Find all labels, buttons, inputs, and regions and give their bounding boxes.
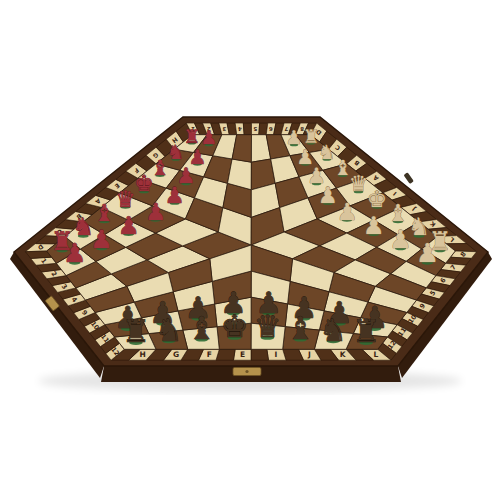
coord-label: 4 [238, 126, 242, 132]
brown-b-2[interactable]: ♝ [287, 310, 315, 346]
white-k-4[interactable]: ♚ [367, 186, 387, 212]
three-player-chess-photo: DCBAEFGH12345678DCBAIJKL87659101112LKJIE… [0, 0, 500, 500]
white-b-5[interactable]: ♝ [387, 199, 408, 227]
white-pawn-3[interactable]: ♟ [318, 182, 338, 208]
brown-r-0[interactable]: ♜ [352, 313, 380, 349]
coord-label: E [240, 350, 245, 359]
coord-label: 3 [222, 126, 226, 132]
brown-n-1[interactable]: ♞ [319, 312, 347, 348]
brown-b-5[interactable]: ♝ [188, 310, 216, 346]
white-pawn-4[interactable]: ♟ [336, 198, 357, 226]
brown-n-6[interactable]: ♞ [155, 312, 183, 348]
coord-label: H [140, 350, 146, 359]
coord-label: 5 [253, 126, 257, 132]
brown-k-4[interactable]: ♚ [221, 308, 249, 344]
red-pawn-1[interactable]: ♟ [90, 225, 113, 254]
coord-label: J [307, 350, 311, 359]
white-r-0[interactable]: ♜ [303, 126, 320, 147]
three-player-chess-board: DCBAEFGH12345678DCBAIJKL87659101112LKJIE… [0, 0, 500, 500]
red-n-6[interactable]: ♞ [167, 141, 185, 164]
red-pawn-4[interactable]: ♟ [165, 182, 185, 208]
red-k-4[interactable]: ♚ [134, 171, 153, 196]
red-pawn-3[interactable]: ♟ [145, 198, 166, 226]
brown-r-7[interactable]: ♜ [122, 313, 150, 349]
red-q-3[interactable]: ♛ [115, 186, 135, 212]
coord-band-cell [251, 349, 269, 360]
right-clasp[interactable] [403, 172, 413, 184]
red-r-7[interactable]: ♜ [183, 126, 200, 147]
brown-q-3[interactable]: ♛ [254, 308, 282, 344]
coord-label: 6 [269, 126, 273, 132]
white-q-3[interactable]: ♛ [349, 171, 368, 196]
coord-label: F [207, 350, 212, 359]
coord-band-cell [243, 123, 251, 135]
coord-label: I [275, 350, 278, 359]
coord-label: G [173, 350, 179, 359]
white-pawn-6[interactable]: ♟ [389, 225, 412, 254]
white-pawn-5[interactable]: ♟ [363, 211, 385, 240]
red-pawn-2[interactable]: ♟ [118, 211, 140, 240]
bottom-latch-knob [245, 370, 248, 373]
coord-label: L [374, 350, 379, 359]
white-pawn-7[interactable]: ♟ [416, 238, 439, 268]
red-b-2[interactable]: ♝ [94, 199, 115, 227]
red-pawn-0[interactable]: ♟ [63, 238, 86, 268]
